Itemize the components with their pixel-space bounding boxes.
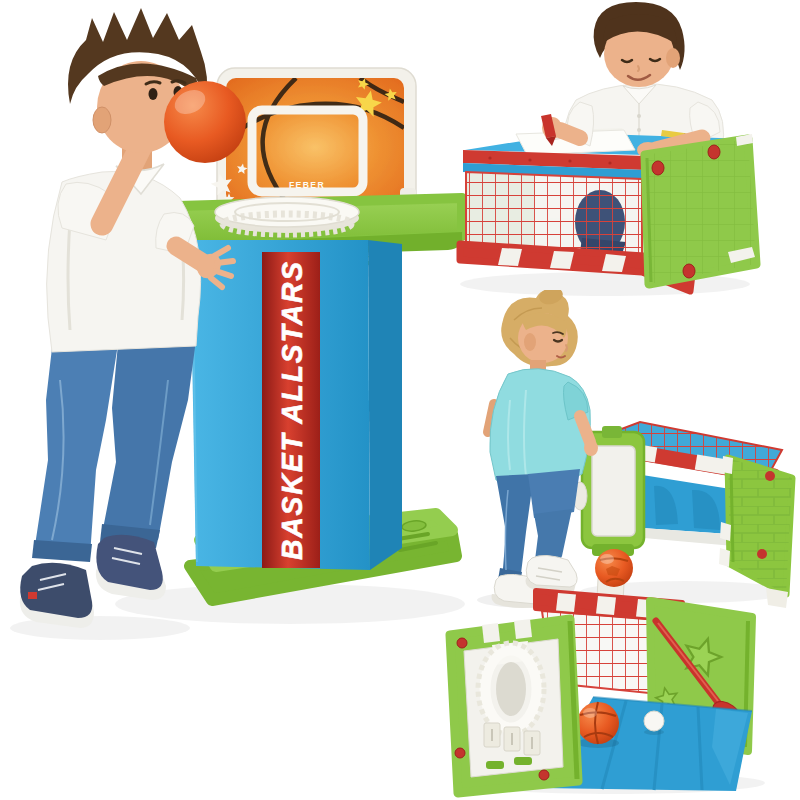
scene-soccer-goal (430, 290, 800, 610)
product-collage: FEBER BASKET ALLSTARS (0, 0, 800, 800)
red-screw-dot (457, 638, 467, 648)
girl-hand (584, 440, 598, 456)
shoe-red-tag (28, 592, 37, 599)
green-side-panel (645, 134, 756, 284)
boy-ear (93, 107, 111, 133)
red-screw-dot (539, 770, 549, 780)
scene-activity-table (430, 0, 800, 300)
orange-ball (164, 81, 246, 163)
red-screw-dot (765, 471, 775, 481)
white-golf-ball (644, 711, 664, 731)
orange-basketball (577, 702, 619, 744)
boy2-ear (666, 48, 680, 68)
banner-text: BASKET ALLSTARS (275, 260, 308, 560)
boy-jeans (32, 340, 196, 562)
red-screw-dot (683, 264, 695, 278)
red-screw-dot (708, 145, 720, 159)
red-screw-dot (652, 161, 664, 175)
scene-basketball-stand: FEBER BASKET ALLSTARS (0, 0, 470, 650)
cube-front-face (463, 150, 645, 254)
girl-figure (477, 290, 598, 608)
feber-logo: FEBER (289, 179, 325, 190)
activity-table-graphic (430, 0, 800, 300)
hoop-rim (215, 197, 359, 234)
orange-soccer-ball (595, 549, 633, 587)
red-net-front (466, 172, 642, 254)
girl-ear (524, 333, 536, 351)
multi-sport-cube-graphic (430, 585, 800, 800)
soccer-goal-graphic (430, 290, 800, 610)
red-screw-dot (455, 748, 465, 758)
scene-multi-sport-cube (430, 585, 800, 800)
red-screw-dot (757, 549, 767, 559)
basketball-ring-panel (450, 619, 578, 793)
basketball-stand-graphic: FEBER BASKET ALLSTARS (0, 0, 470, 650)
